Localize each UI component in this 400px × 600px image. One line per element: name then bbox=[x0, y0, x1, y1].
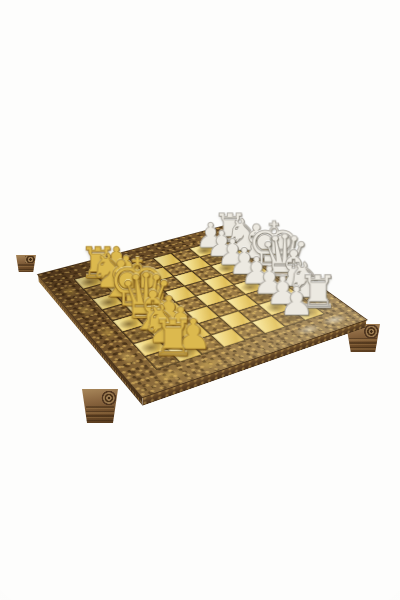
photo-scene: ♜♟♟♜♞♟♟♞♝♟♟♝♚♟♟♚♛♟♟♛♝♟♟♝♞♟♟♞♜♟♟♜ bbox=[0, 0, 400, 600]
silver-pawn-piece[interactable]: ♟ bbox=[279, 284, 302, 320]
square-e5[interactable] bbox=[184, 281, 213, 296]
chess-board: ♜♟♟♜♞♟♟♞♝♟♟♝♚♟♟♚♛♟♟♛♝♟♟♝♞♟♟♞♜♟♟♜ bbox=[38, 224, 366, 398]
gold-rook-piece[interactable]: ♜ bbox=[151, 316, 176, 361]
product-photo: ♜♟♟♜♞♟♟♞♝♟♟♝♚♟♟♚♛♟♟♛♝♟♟♝♞♟♟♞♜♟♟♜ bbox=[0, 0, 400, 600]
square-a1[interactable]: ♜ bbox=[145, 350, 178, 369]
